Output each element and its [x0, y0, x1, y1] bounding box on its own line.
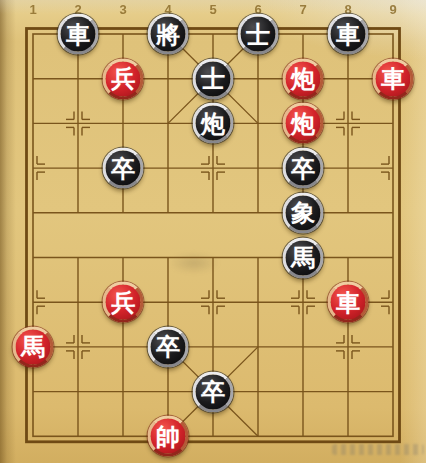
piece-glyph: 馬	[291, 246, 315, 270]
piece-glyph: 卒	[291, 156, 315, 180]
piece-glyph: 卒	[201, 380, 225, 404]
piece-red-pawn[interactable]: 兵	[103, 282, 144, 323]
piece-glyph: 象	[291, 201, 315, 225]
xiangqi-board[interactable]: 123456789 車將士車兵士炮車炮炮卒卒象馬兵車馬卒卒帥	[0, 0, 426, 463]
piece-glyph: 炮	[201, 111, 225, 135]
piece-glyph: 車	[336, 22, 360, 46]
piece-black-advisor[interactable]: 士	[193, 58, 234, 99]
piece-glyph: 炮	[291, 111, 315, 135]
piece-red-pawn[interactable]: 兵	[103, 58, 144, 99]
piece-glyph: 馬	[21, 335, 45, 359]
piece-black-chariot[interactable]: 車	[328, 14, 369, 55]
piece-glyph: 卒	[156, 335, 180, 359]
piece-red-horse[interactable]: 馬	[13, 326, 54, 367]
piece-black-pawn[interactable]: 卒	[283, 148, 324, 189]
piece-red-chariot[interactable]: 車	[328, 282, 369, 323]
piece-glyph: 將	[156, 22, 180, 46]
piece-black-advisor[interactable]: 士	[238, 14, 279, 55]
piece-black-chariot[interactable]: 車	[58, 14, 99, 55]
piece-black-horse[interactable]: 馬	[283, 237, 324, 278]
piece-black-general[interactable]: 將	[148, 14, 189, 55]
piece-glyph: 炮	[291, 67, 315, 91]
piece-black-elephant[interactable]: 象	[283, 192, 324, 233]
piece-red-general[interactable]: 帥	[148, 416, 189, 457]
piece-glyph: 士	[201, 67, 225, 91]
piece-glyph: 士	[246, 22, 270, 46]
piece-glyph: 兵	[111, 290, 135, 314]
piece-glyph: 兵	[111, 67, 135, 91]
piece-glyph: 帥	[156, 424, 180, 448]
piece-black-pawn[interactable]: 卒	[103, 148, 144, 189]
piece-glyph: 車	[381, 67, 405, 91]
piece-red-chariot[interactable]: 車	[373, 58, 414, 99]
piece-red-cannon[interactable]: 炮	[283, 58, 324, 99]
piece-glyph: 車	[336, 290, 360, 314]
piece-glyph: 車	[66, 22, 90, 46]
piece-black-pawn[interactable]: 卒	[148, 326, 189, 367]
piece-glyph: 卒	[111, 156, 135, 180]
piece-red-cannon[interactable]: 炮	[283, 103, 324, 144]
piece-black-pawn[interactable]: 卒	[193, 371, 234, 412]
piece-black-cannon[interactable]: 炮	[193, 103, 234, 144]
